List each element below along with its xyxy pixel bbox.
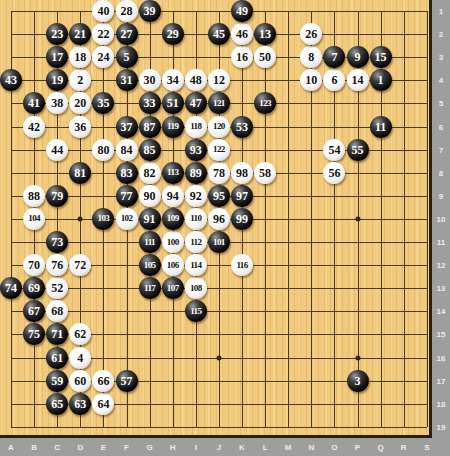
star-point-D10 [78, 216, 83, 221]
move-number: 57 [121, 375, 133, 387]
stone-move-78[interactable]: 78 [208, 162, 230, 184]
stone-move-97[interactable]: 97 [231, 185, 253, 207]
stone-move-70[interactable]: 70 [23, 254, 45, 276]
stone-move-120[interactable]: 120 [208, 116, 230, 138]
stone-move-122[interactable]: 122 [208, 139, 230, 161]
stone-move-88[interactable]: 88 [23, 185, 45, 207]
move-number: 28 [121, 5, 133, 17]
column-label-P: P [355, 443, 360, 452]
move-number: 64 [97, 398, 109, 410]
stone-move-44[interactable]: 44 [46, 139, 68, 161]
move-number: 23 [51, 28, 63, 40]
move-number: 76 [51, 259, 63, 271]
move-number: 27 [121, 28, 133, 40]
stone-move-9[interactable]: 9 [347, 46, 369, 68]
row-label-9: 9 [439, 191, 443, 200]
move-number: 37 [121, 121, 133, 133]
column-label-M: M [285, 443, 292, 452]
move-number: 104 [28, 214, 40, 223]
move-number: 75 [28, 328, 40, 340]
stone-move-118[interactable]: 118 [185, 116, 207, 138]
stone-move-35[interactable]: 35 [92, 92, 114, 114]
stone-move-55[interactable]: 55 [347, 139, 369, 161]
stone-move-110[interactable]: 110 [185, 208, 207, 230]
move-number: 21 [74, 28, 86, 40]
move-number: 53 [236, 121, 248, 133]
stone-move-104[interactable]: 104 [23, 208, 45, 230]
move-number: 108 [190, 284, 202, 293]
stone-move-46[interactable]: 46 [231, 23, 253, 45]
move-number: 101 [213, 238, 225, 247]
move-number: 115 [190, 307, 201, 316]
move-number: 14 [352, 74, 364, 86]
row-label-19: 19 [437, 422, 446, 431]
row-label-16: 16 [437, 353, 446, 362]
move-number: 79 [51, 190, 63, 202]
stone-move-101[interactable]: 101 [208, 231, 230, 253]
stone-move-90[interactable]: 90 [139, 185, 161, 207]
stone-move-18[interactable]: 18 [69, 46, 91, 68]
stone-move-96[interactable]: 96 [208, 208, 230, 230]
move-number: 7 [331, 51, 337, 63]
stone-move-106[interactable]: 106 [162, 254, 184, 276]
stone-move-100[interactable]: 100 [162, 231, 184, 253]
move-number: 29 [167, 28, 179, 40]
stone-move-28[interactable]: 28 [116, 0, 138, 22]
stone-move-1[interactable]: 1 [370, 69, 392, 91]
stone-move-74[interactable]: 74 [0, 277, 22, 299]
move-number: 77 [121, 190, 133, 202]
move-number: 46 [236, 28, 248, 40]
stone-move-115[interactable]: 115 [185, 300, 207, 322]
move-number: 123 [259, 99, 271, 108]
stone-move-107[interactable]: 107 [162, 277, 184, 299]
move-number: 81 [74, 167, 86, 179]
stone-move-57[interactable]: 57 [116, 370, 138, 392]
star-point-P10 [355, 216, 360, 221]
move-number: 31 [121, 74, 133, 86]
stone-move-64[interactable]: 64 [92, 393, 114, 415]
stone-move-37[interactable]: 37 [116, 116, 138, 138]
stone-move-102[interactable]: 102 [116, 208, 138, 230]
move-number: 51 [167, 97, 179, 109]
stone-move-84[interactable]: 84 [116, 139, 138, 161]
move-number: 11 [375, 121, 386, 133]
row-label-10: 10 [437, 214, 446, 223]
stone-move-40[interactable]: 40 [92, 0, 114, 22]
move-number: 35 [97, 97, 109, 109]
stone-move-15[interactable]: 15 [370, 46, 392, 68]
move-number: 43 [5, 74, 17, 86]
stone-move-5[interactable]: 5 [116, 46, 138, 68]
move-number: 61 [51, 352, 63, 364]
move-number: 2 [77, 74, 83, 86]
stone-move-2[interactable]: 2 [69, 69, 91, 91]
grid-line-horizontal [11, 427, 427, 428]
move-number: 90 [144, 190, 156, 202]
stone-move-36[interactable]: 36 [69, 116, 91, 138]
stone-move-13[interactable]: 13 [254, 23, 276, 45]
move-number: 74 [5, 282, 17, 294]
stone-move-63[interactable]: 63 [69, 393, 91, 415]
move-number: 58 [259, 167, 271, 179]
stone-move-94[interactable]: 94 [162, 185, 184, 207]
move-number: 88 [28, 190, 40, 202]
column-label-O: O [331, 443, 337, 452]
move-number: 18 [74, 51, 86, 63]
stone-move-30[interactable]: 30 [139, 69, 161, 91]
move-number: 68 [51, 305, 63, 317]
stone-move-10[interactable]: 10 [300, 69, 322, 91]
stone-move-69[interactable]: 69 [23, 277, 45, 299]
move-number: 73 [51, 236, 63, 248]
move-number: 87 [144, 121, 156, 133]
stone-move-47[interactable]: 47 [185, 92, 207, 114]
stone-move-50[interactable]: 50 [254, 46, 276, 68]
stone-move-19[interactable]: 19 [46, 69, 68, 91]
row-label-17: 17 [437, 376, 446, 385]
move-number: 24 [97, 51, 109, 63]
stone-move-76[interactable]: 76 [46, 254, 68, 276]
move-number: 42 [28, 121, 40, 133]
stone-move-42[interactable]: 42 [23, 116, 45, 138]
star-point-J16 [216, 355, 221, 360]
move-number: 66 [97, 375, 109, 387]
column-label-L: L [263, 443, 268, 452]
stone-move-81[interactable]: 81 [69, 162, 91, 184]
stone-move-93[interactable]: 93 [185, 139, 207, 161]
grid-line-vertical [427, 11, 428, 427]
stone-move-65[interactable]: 65 [46, 393, 68, 415]
move-number: 47 [190, 97, 202, 109]
stone-move-89[interactable]: 89 [185, 162, 207, 184]
move-number: 99 [236, 213, 248, 225]
move-number: 72 [74, 259, 86, 271]
stone-move-98[interactable]: 98 [231, 162, 253, 184]
grid-line-vertical [288, 11, 289, 427]
move-number: 49 [236, 5, 248, 17]
move-number: 17 [51, 51, 63, 63]
move-number: 12 [213, 74, 225, 86]
stone-move-58[interactable]: 58 [254, 162, 276, 184]
move-number: 91 [144, 213, 156, 225]
grid-line-horizontal [11, 311, 427, 312]
row-label-8: 8 [439, 168, 443, 177]
stone-move-99[interactable]: 99 [231, 208, 253, 230]
move-number: 112 [190, 238, 201, 247]
move-number: 71 [51, 328, 63, 340]
row-label-12: 12 [437, 261, 446, 270]
stone-move-27[interactable]: 27 [116, 23, 138, 45]
move-number: 55 [352, 144, 364, 156]
move-number: 33 [144, 97, 156, 109]
move-number: 4 [77, 352, 83, 364]
move-number: 45 [213, 28, 225, 40]
move-number: 9 [355, 51, 361, 63]
column-label-K: K [239, 443, 245, 452]
column-label-D: D [77, 443, 83, 452]
stone-move-29[interactable]: 29 [162, 23, 184, 45]
column-label-N: N [308, 443, 314, 452]
move-number: 119 [167, 122, 178, 131]
stone-move-80[interactable]: 80 [92, 139, 114, 161]
stone-move-95[interactable]: 95 [208, 185, 230, 207]
row-label-4: 4 [439, 76, 443, 85]
stone-move-54[interactable]: 54 [323, 139, 345, 161]
move-number: 62 [74, 328, 86, 340]
move-number: 36 [74, 121, 86, 133]
stone-move-24[interactable]: 24 [92, 46, 114, 68]
move-number: 13 [259, 28, 271, 40]
stone-move-67[interactable]: 67 [23, 300, 45, 322]
move-number: 8 [308, 51, 314, 63]
star-point-P16 [355, 355, 360, 360]
move-number: 67 [28, 305, 40, 317]
stone-move-48[interactable]: 48 [185, 69, 207, 91]
stone-move-116[interactable]: 116 [231, 254, 253, 276]
stone-move-11[interactable]: 11 [370, 116, 392, 138]
column-label-J: J [217, 443, 221, 452]
move-number: 5 [124, 51, 130, 63]
stone-move-39[interactable]: 39 [139, 0, 161, 22]
stone-move-123[interactable]: 123 [254, 92, 276, 114]
stone-move-83[interactable]: 83 [116, 162, 138, 184]
move-number: 113 [167, 168, 178, 177]
stone-move-41[interactable]: 41 [23, 92, 45, 114]
stone-move-21[interactable]: 21 [69, 23, 91, 45]
move-number: 122 [213, 145, 225, 154]
row-label-3: 3 [439, 53, 443, 62]
row-label-11: 11 [437, 238, 445, 247]
row-label-14: 14 [437, 307, 446, 316]
stone-move-113[interactable]: 113 [162, 162, 184, 184]
stone-move-22[interactable]: 22 [92, 23, 114, 45]
stone-move-33[interactable]: 33 [139, 92, 161, 114]
stone-move-56[interactable]: 56 [323, 162, 345, 184]
move-number: 60 [74, 375, 86, 387]
move-number: 85 [144, 144, 156, 156]
move-number: 116 [236, 261, 247, 270]
move-number: 83 [121, 167, 133, 179]
move-number: 102 [121, 214, 133, 223]
stone-move-103[interactable]: 103 [92, 208, 114, 230]
stone-move-20[interactable]: 20 [69, 92, 91, 114]
stone-move-26[interactable]: 26 [300, 23, 322, 45]
stone-move-6[interactable]: 6 [323, 69, 345, 91]
stone-move-119[interactable]: 119 [162, 116, 184, 138]
stone-move-17[interactable]: 17 [46, 46, 68, 68]
move-number: 70 [28, 259, 40, 271]
stone-move-43[interactable]: 43 [0, 69, 22, 91]
move-number: 103 [98, 214, 110, 223]
stone-move-38[interactable]: 38 [46, 92, 68, 114]
move-number: 80 [97, 144, 109, 156]
stone-move-111[interactable]: 111 [139, 231, 161, 253]
stone-move-105[interactable]: 105 [139, 254, 161, 276]
move-number: 16 [236, 51, 248, 63]
column-label-G: G [146, 443, 152, 452]
stone-move-91[interactable]: 91 [139, 208, 161, 230]
stone-move-66[interactable]: 66 [92, 370, 114, 392]
move-number: 78 [213, 167, 225, 179]
stone-move-8[interactable]: 8 [300, 46, 322, 68]
row-label-7: 7 [439, 145, 443, 154]
move-number: 39 [144, 5, 156, 17]
move-number: 89 [190, 167, 202, 179]
move-number: 41 [28, 97, 40, 109]
stone-move-23[interactable]: 23 [46, 23, 68, 45]
stone-move-51[interactable]: 51 [162, 92, 184, 114]
move-number: 82 [144, 167, 156, 179]
stone-move-112[interactable]: 112 [185, 231, 207, 253]
stone-move-53[interactable]: 53 [231, 116, 253, 138]
stone-move-108[interactable]: 108 [185, 277, 207, 299]
move-number: 3 [355, 375, 361, 387]
stone-move-82[interactable]: 82 [139, 162, 161, 184]
stone-move-60[interactable]: 60 [69, 370, 91, 392]
move-number: 110 [190, 214, 201, 223]
column-label-I: I [195, 443, 197, 452]
stone-move-68[interactable]: 68 [46, 300, 68, 322]
column-label-B: B [31, 443, 37, 452]
move-number: 6 [331, 74, 337, 86]
move-number: 63 [74, 398, 86, 410]
column-label-A: A [8, 443, 14, 452]
stone-move-7[interactable]: 7 [323, 46, 345, 68]
stone-move-45[interactable]: 45 [208, 23, 230, 45]
move-number: 38 [51, 97, 63, 109]
stone-move-73[interactable]: 73 [46, 231, 68, 253]
move-number: 56 [328, 167, 340, 179]
move-number: 97 [236, 190, 248, 202]
move-number: 69 [28, 282, 40, 294]
go-board[interactable]: 1234567891011121314151617181920212223242… [0, 0, 432, 438]
row-label-13: 13 [437, 284, 446, 293]
stone-move-92[interactable]: 92 [185, 185, 207, 207]
move-number: 117 [144, 284, 155, 293]
stone-move-71[interactable]: 71 [46, 323, 68, 345]
stone-move-4[interactable]: 4 [69, 347, 91, 369]
stone-move-61[interactable]: 61 [46, 347, 68, 369]
move-number: 121 [213, 99, 225, 108]
move-number: 54 [328, 144, 340, 156]
stone-move-117[interactable]: 117 [139, 277, 161, 299]
move-number: 120 [213, 122, 225, 131]
move-number: 19 [51, 74, 63, 86]
go-kifu-viewer: 1234567891011121314151617181920212223242… [0, 0, 450, 456]
stone-move-85[interactable]: 85 [139, 139, 161, 161]
column-label-F: F [124, 443, 129, 452]
row-label-5: 5 [439, 99, 443, 108]
move-number: 105 [144, 261, 156, 270]
move-number: 20 [74, 97, 86, 109]
stone-move-49[interactable]: 49 [231, 0, 253, 22]
move-number: 50 [259, 51, 271, 63]
stone-move-109[interactable]: 109 [162, 208, 184, 230]
row-label-15: 15 [437, 330, 446, 339]
column-label-Q: Q [377, 443, 383, 452]
move-number: 109 [167, 214, 179, 223]
move-number: 30 [144, 74, 156, 86]
row-label-2: 2 [439, 30, 443, 39]
move-number: 40 [97, 5, 109, 17]
stone-move-52[interactable]: 52 [46, 277, 68, 299]
grid-line-vertical [404, 11, 405, 427]
stone-move-72[interactable]: 72 [69, 254, 91, 276]
column-label-C: C [54, 443, 60, 452]
column-label-S: S [424, 443, 429, 452]
move-number: 59 [51, 375, 63, 387]
move-number: 98 [236, 167, 248, 179]
move-number: 65 [51, 398, 63, 410]
move-number: 26 [305, 28, 317, 40]
column-label-E: E [101, 443, 106, 452]
stone-move-75[interactable]: 75 [23, 323, 45, 345]
move-number: 34 [167, 74, 179, 86]
stone-move-79[interactable]: 79 [46, 185, 68, 207]
stone-move-114[interactable]: 114 [185, 254, 207, 276]
column-label-H: H [170, 443, 176, 452]
move-number: 111 [144, 238, 155, 247]
stone-move-59[interactable]: 59 [46, 370, 68, 392]
move-number: 1 [378, 74, 384, 86]
move-number: 94 [167, 190, 179, 202]
move-number: 15 [375, 51, 387, 63]
row-label-1: 1 [439, 7, 443, 16]
grid-line-horizontal [11, 288, 427, 289]
stone-move-3[interactable]: 3 [347, 370, 369, 392]
move-number: 22 [97, 28, 109, 40]
stone-move-12[interactable]: 12 [208, 69, 230, 91]
move-number: 118 [190, 122, 201, 131]
move-number: 44 [51, 144, 63, 156]
move-number: 106 [167, 261, 179, 270]
row-label-18: 18 [437, 399, 446, 408]
row-label-6: 6 [439, 122, 443, 131]
move-number: 96 [213, 213, 225, 225]
move-number: 10 [305, 74, 317, 86]
move-number: 100 [167, 238, 179, 247]
stone-move-121[interactable]: 121 [208, 92, 230, 114]
move-number: 48 [190, 74, 202, 86]
move-number: 92 [190, 190, 202, 202]
move-number: 84 [121, 144, 133, 156]
stone-move-87[interactable]: 87 [139, 116, 161, 138]
move-number: 52 [51, 282, 63, 294]
stone-move-62[interactable]: 62 [69, 323, 91, 345]
stone-move-14[interactable]: 14 [347, 69, 369, 91]
stone-move-31[interactable]: 31 [116, 69, 138, 91]
grid-line-vertical [265, 11, 266, 427]
move-number: 95 [213, 190, 225, 202]
move-number: 107 [167, 284, 179, 293]
stone-move-34[interactable]: 34 [162, 69, 184, 91]
stone-move-16[interactable]: 16 [231, 46, 253, 68]
move-number: 93 [190, 144, 202, 156]
column-label-R: R [401, 443, 407, 452]
move-number: 114 [190, 261, 201, 270]
stone-move-77[interactable]: 77 [116, 185, 138, 207]
